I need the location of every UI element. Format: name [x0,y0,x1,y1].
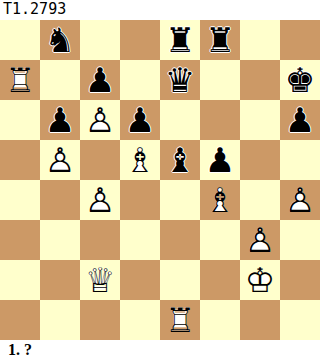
square-h8[interactable] [280,20,320,60]
square-f6[interactable] [200,100,240,140]
square-a1[interactable] [0,300,40,340]
white-bishop-outline-icon: ♗ [120,140,160,180]
piece-black-pawn[interactable]: ♟ [280,100,320,140]
square-d8[interactable] [120,20,160,60]
black-rook-icon: ♜ [200,20,240,60]
square-g3[interactable]: ♟♙ [240,220,280,260]
white-bishop-outline-icon: ♗ [200,180,240,220]
piece-black-queen[interactable]: ♛ [160,60,200,100]
square-e5[interactable]: ♝ [160,140,200,180]
piece-black-bishop[interactable]: ♝ [160,140,200,180]
square-e6[interactable] [160,100,200,140]
piece-white-bishop[interactable]: ♝♗ [120,140,160,180]
piece-black-king[interactable]: ♚ [280,60,320,100]
black-pawn-icon: ♟ [120,100,160,140]
square-b5[interactable]: ♟♙ [40,140,80,180]
square-e3[interactable] [160,220,200,260]
square-d4[interactable] [120,180,160,220]
black-pawn-icon: ♟ [40,100,80,140]
square-b8[interactable]: ♞ [40,20,80,60]
square-d1[interactable] [120,300,160,340]
square-h7[interactable]: ♚ [280,60,320,100]
square-c7[interactable]: ♟ [80,60,120,100]
square-f2[interactable] [200,260,240,300]
square-f3[interactable] [200,220,240,260]
square-c5[interactable] [80,140,120,180]
piece-black-pawn[interactable]: ♟ [200,140,240,180]
piece-white-pawn[interactable]: ♟♙ [240,220,280,260]
square-c1[interactable] [80,300,120,340]
square-g5[interactable] [240,140,280,180]
square-b4[interactable] [40,180,80,220]
square-d5[interactable]: ♝♗ [120,140,160,180]
piece-black-pawn[interactable]: ♟ [80,60,120,100]
square-g6[interactable] [240,100,280,140]
square-c3[interactable] [80,220,120,260]
square-d6[interactable]: ♟ [120,100,160,140]
black-pawn-icon: ♟ [200,140,240,180]
square-d3[interactable] [120,220,160,260]
black-king-icon: ♚ [280,60,320,100]
white-pawn-outline-icon: ♙ [80,100,120,140]
square-g1[interactable] [240,300,280,340]
white-rook-outline-icon: ♖ [160,300,200,340]
piece-white-queen[interactable]: ♛♕ [80,260,120,300]
move-prompt: 1. ? [0,340,320,360]
square-c4[interactable]: ♟♙ [80,180,120,220]
square-h3[interactable] [280,220,320,260]
square-h6[interactable]: ♟ [280,100,320,140]
square-e1[interactable]: ♜♖ [160,300,200,340]
piece-black-pawn[interactable]: ♟ [40,100,80,140]
square-f1[interactable] [200,300,240,340]
white-pawn-outline-icon: ♙ [80,180,120,220]
square-b2[interactable] [40,260,80,300]
square-b3[interactable] [40,220,80,260]
square-b1[interactable] [40,300,80,340]
square-a5[interactable] [0,140,40,180]
piece-white-rook[interactable]: ♜♖ [160,300,200,340]
square-g8[interactable] [240,20,280,60]
square-h4[interactable]: ♟♙ [280,180,320,220]
square-c8[interactable] [80,20,120,60]
black-queen-icon: ♛ [160,60,200,100]
square-b6[interactable]: ♟ [40,100,80,140]
black-knight-icon: ♞ [40,20,80,60]
black-rook-icon: ♜ [160,20,200,60]
piece-white-pawn[interactable]: ♟♙ [40,140,80,180]
square-a3[interactable] [0,220,40,260]
square-a2[interactable] [0,260,40,300]
white-pawn-outline-icon: ♙ [40,140,80,180]
square-g2[interactable]: ♚♔ [240,260,280,300]
piece-white-pawn[interactable]: ♟♙ [280,180,320,220]
square-a7[interactable]: ♜♖ [0,60,40,100]
square-g4[interactable] [240,180,280,220]
square-e2[interactable] [160,260,200,300]
piece-black-knight[interactable]: ♞ [40,20,80,60]
square-c6[interactable]: ♟♙ [80,100,120,140]
square-f5[interactable]: ♟ [200,140,240,180]
square-h5[interactable] [280,140,320,180]
square-d2[interactable] [120,260,160,300]
white-rook-outline-icon: ♖ [0,60,40,100]
black-pawn-icon: ♟ [80,60,120,100]
piece-white-rook[interactable]: ♜♖ [0,60,40,100]
square-e8[interactable]: ♜ [160,20,200,60]
piece-white-king[interactable]: ♚♔ [240,260,280,300]
puzzle-id: T1.2793 [0,0,320,20]
square-h1[interactable] [280,300,320,340]
square-d7[interactable] [120,60,160,100]
square-f7[interactable] [200,60,240,100]
square-a6[interactable] [0,100,40,140]
square-h2[interactable] [280,260,320,300]
piece-white-pawn[interactable]: ♟♙ [80,100,120,140]
piece-black-rook[interactable]: ♜ [160,20,200,60]
white-pawn-outline-icon: ♙ [240,220,280,260]
chess-puzzle-window: T1.2793 ♞♜♜♜♖♟♛♚♟♟♙♟♟♟♙♝♗♝♟♟♙♝♗♟♙♟♙♛♕♚♔♜… [0,0,320,360]
black-pawn-icon: ♟ [280,100,320,140]
square-e4[interactable] [160,180,200,220]
square-a4[interactable] [0,180,40,220]
piece-black-pawn[interactable]: ♟ [120,100,160,140]
square-b7[interactable] [40,60,80,100]
piece-black-rook[interactable]: ♜ [200,20,240,60]
chess-board: ♞♜♜♜♖♟♛♚♟♟♙♟♟♟♙♝♗♝♟♟♙♝♗♟♙♟♙♛♕♚♔♜♖ [0,20,320,340]
square-e7[interactable]: ♛ [160,60,200,100]
black-bishop-icon: ♝ [160,140,200,180]
white-king-outline-icon: ♔ [240,260,280,300]
square-c2[interactable]: ♛♕ [80,260,120,300]
square-g7[interactable] [240,60,280,100]
square-a8[interactable] [0,20,40,60]
piece-white-bishop[interactable]: ♝♗ [200,180,240,220]
square-f4[interactable]: ♝♗ [200,180,240,220]
square-f8[interactable]: ♜ [200,20,240,60]
white-pawn-outline-icon: ♙ [280,180,320,220]
white-queen-outline-icon: ♕ [80,260,120,300]
piece-white-pawn[interactable]: ♟♙ [80,180,120,220]
